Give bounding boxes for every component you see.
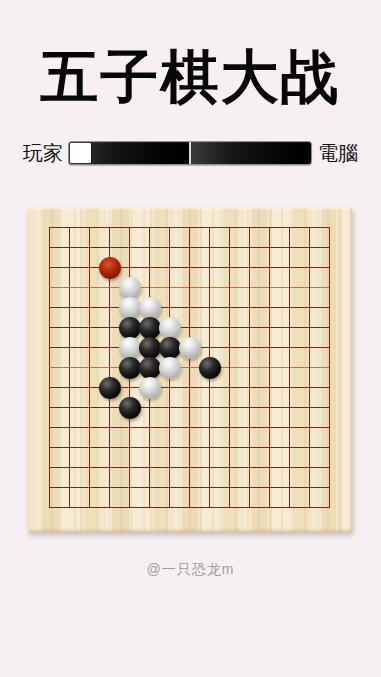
grid-line-vertical — [289, 227, 290, 508]
grid-line-horizontal — [49, 447, 330, 448]
board-grid[interactable] — [49, 227, 330, 508]
stone-white — [119, 297, 141, 319]
stone-black — [119, 317, 141, 339]
grid-line-horizontal — [49, 487, 330, 488]
grid-line-horizontal — [49, 387, 330, 388]
page-title: 五子棋大战 — [0, 44, 381, 110]
stone-white — [139, 377, 161, 399]
stone-white — [159, 357, 181, 379]
stone-black — [139, 337, 161, 359]
slider-thumb[interactable] — [70, 143, 91, 163]
stone-red — [99, 257, 121, 279]
stone-black — [159, 337, 181, 359]
watermark-text: @一只恐龙m — [0, 561, 381, 579]
stone-white — [139, 297, 161, 319]
stone-white — [119, 337, 141, 359]
grid-line-vertical — [229, 227, 230, 508]
grid-line-horizontal — [49, 467, 330, 468]
grid-line-vertical — [309, 227, 310, 508]
grid-line-vertical — [249, 227, 250, 508]
stone-white — [159, 317, 181, 339]
stone-black — [199, 357, 221, 379]
stone-white — [179, 337, 201, 359]
player-label: 玩家 — [23, 139, 63, 167]
app-screen: 五子棋大战 玩家 電腦 @一只恐龙m — [0, 0, 381, 677]
stone-black — [139, 317, 161, 339]
balance-slider[interactable] — [68, 141, 312, 165]
stone-black — [99, 377, 121, 399]
grid-line-horizontal — [49, 507, 330, 508]
stone-black — [119, 397, 141, 419]
stone-white — [119, 277, 141, 299]
stone-black — [139, 357, 161, 379]
grid-line-vertical — [269, 227, 270, 508]
grid-line-horizontal — [49, 407, 330, 408]
player-vs-computer-bar-row: 玩家 電腦 — [0, 139, 381, 167]
game-board[interactable] — [28, 208, 352, 532]
computer-side-bar — [191, 142, 311, 164]
grid-line-horizontal — [49, 367, 330, 368]
grid-line-vertical — [329, 227, 330, 508]
grid-line-horizontal — [49, 427, 330, 428]
computer-label: 電腦 — [318, 139, 358, 167]
stone-black — [119, 357, 141, 379]
